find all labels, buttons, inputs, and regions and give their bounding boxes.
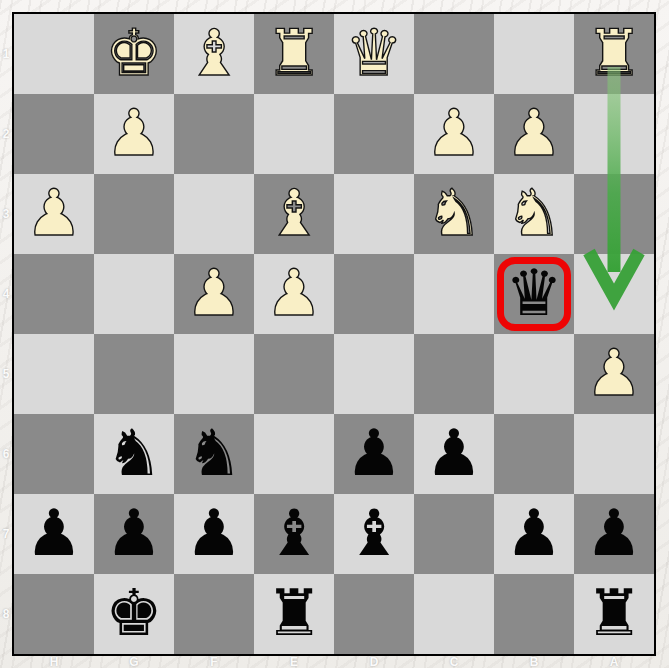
square-c6[interactable]: ♟ xyxy=(414,414,494,494)
square-g8[interactable]: ♚ xyxy=(94,574,174,654)
square-c3[interactable]: ♞ xyxy=(414,174,494,254)
square-h5[interactable] xyxy=(14,334,94,414)
square-f2[interactable] xyxy=(174,94,254,174)
square-a3[interactable] xyxy=(574,174,654,254)
square-c2[interactable]: ♟ xyxy=(414,94,494,174)
white-knight[interactable]: ♞ xyxy=(414,174,494,254)
black-pawn[interactable]: ♟ xyxy=(334,414,414,494)
square-e3[interactable]: ♝ xyxy=(254,174,334,254)
square-g4[interactable] xyxy=(94,254,174,334)
square-d1[interactable]: ♛ xyxy=(334,14,414,94)
black-bishop[interactable]: ♝ xyxy=(254,494,334,574)
square-g1[interactable]: ♚ xyxy=(94,14,174,94)
rank-label-3: 3 xyxy=(0,174,12,254)
square-f1[interactable]: ♝ xyxy=(174,14,254,94)
black-pawn[interactable]: ♟ xyxy=(574,494,654,574)
black-pawn[interactable]: ♟ xyxy=(174,494,254,574)
white-bishop[interactable]: ♝ xyxy=(174,14,254,94)
file-label-g: G xyxy=(94,656,174,668)
rank-label-5: 5 xyxy=(0,334,12,414)
white-pawn[interactable]: ♟ xyxy=(14,174,94,254)
square-a2[interactable] xyxy=(574,94,654,174)
square-b6[interactable] xyxy=(494,414,574,494)
square-h3[interactable]: ♟ xyxy=(14,174,94,254)
square-b5[interactable] xyxy=(494,334,574,414)
square-g5[interactable] xyxy=(94,334,174,414)
square-e5[interactable] xyxy=(254,334,334,414)
white-rook[interactable]: ♜ xyxy=(574,14,654,94)
square-e1[interactable]: ♜ xyxy=(254,14,334,94)
square-c5[interactable] xyxy=(414,334,494,414)
black-bishop[interactable]: ♝ xyxy=(334,494,414,574)
square-h2[interactable] xyxy=(14,94,94,174)
square-h6[interactable] xyxy=(14,414,94,494)
white-bishop[interactable]: ♝ xyxy=(254,174,334,254)
square-e7[interactable]: ♝ xyxy=(254,494,334,574)
square-e6[interactable] xyxy=(254,414,334,494)
square-h4[interactable] xyxy=(14,254,94,334)
square-d6[interactable]: ♟ xyxy=(334,414,414,494)
square-b7[interactable]: ♟ xyxy=(494,494,574,574)
square-e8[interactable]: ♜ xyxy=(254,574,334,654)
square-b4[interactable]: ♛ xyxy=(494,254,574,334)
white-pawn[interactable]: ♟ xyxy=(94,94,174,174)
white-pawn[interactable]: ♟ xyxy=(574,334,654,414)
square-h8[interactable] xyxy=(14,574,94,654)
square-f5[interactable] xyxy=(174,334,254,414)
file-label-c: C xyxy=(414,656,494,668)
white-pawn[interactable]: ♟ xyxy=(494,94,574,174)
square-e2[interactable] xyxy=(254,94,334,174)
square-a6[interactable] xyxy=(574,414,654,494)
rank-label-1: 1 xyxy=(0,14,12,94)
rank-label-2: 2 xyxy=(0,94,12,174)
square-b3[interactable]: ♞ xyxy=(494,174,574,254)
square-d4[interactable] xyxy=(334,254,414,334)
rank-label-6: 6 xyxy=(0,414,12,494)
square-d7[interactable]: ♝ xyxy=(334,494,414,574)
file-label-f: F xyxy=(174,656,254,668)
file-label-d: D xyxy=(334,656,414,668)
square-c8[interactable] xyxy=(414,574,494,654)
square-d8[interactable] xyxy=(334,574,414,654)
square-g3[interactable] xyxy=(94,174,174,254)
white-knight[interactable]: ♞ xyxy=(494,174,574,254)
square-a1[interactable]: ♜ xyxy=(574,14,654,94)
square-a4[interactable] xyxy=(574,254,654,334)
square-a7[interactable]: ♟ xyxy=(574,494,654,574)
rank-label-4: 4 xyxy=(0,254,12,334)
square-b2[interactable]: ♟ xyxy=(494,94,574,174)
rank-label-7: 7 xyxy=(0,494,12,574)
square-f4[interactable]: ♟ xyxy=(174,254,254,334)
page-background: ♚♝♜♛♜♟♟♟♟♝♞♞♟♟♛♟♞♞♟♟♟♟♟♝♝♟♟♚♜♜ 12345678 … xyxy=(0,0,669,668)
black-queen[interactable]: ♛ xyxy=(494,254,574,334)
file-label-b: B xyxy=(494,656,574,668)
chess-board: ♚♝♜♛♜♟♟♟♟♝♞♞♟♟♛♟♞♞♟♟♟♟♟♝♝♟♟♚♜♜ xyxy=(12,12,656,656)
black-pawn[interactable]: ♟ xyxy=(94,494,174,574)
file-label-a: A xyxy=(574,656,654,668)
black-pawn[interactable]: ♟ xyxy=(14,494,94,574)
square-g7[interactable]: ♟ xyxy=(94,494,174,574)
square-d3[interactable] xyxy=(334,174,414,254)
black-king[interactable]: ♚ xyxy=(94,574,174,654)
square-g6[interactable]: ♞ xyxy=(94,414,174,494)
black-knight[interactable]: ♞ xyxy=(94,414,174,494)
white-pawn[interactable]: ♟ xyxy=(174,254,254,334)
white-queen[interactable]: ♛ xyxy=(334,14,414,94)
square-h1[interactable] xyxy=(14,14,94,94)
black-rook[interactable]: ♜ xyxy=(574,574,654,654)
black-pawn[interactable]: ♟ xyxy=(494,494,574,574)
file-label-e: E xyxy=(254,656,334,668)
square-h7[interactable]: ♟ xyxy=(14,494,94,574)
square-c4[interactable] xyxy=(414,254,494,334)
square-c7[interactable] xyxy=(414,494,494,574)
white-rook[interactable]: ♜ xyxy=(254,14,334,94)
square-d2[interactable] xyxy=(334,94,414,174)
white-pawn[interactable]: ♟ xyxy=(414,94,494,174)
white-pawn[interactable]: ♟ xyxy=(254,254,334,334)
rank-label-8: 8 xyxy=(0,574,12,654)
square-c1[interactable] xyxy=(414,14,494,94)
square-g2[interactable]: ♟ xyxy=(94,94,174,174)
square-d5[interactable] xyxy=(334,334,414,414)
square-a5[interactable]: ♟ xyxy=(574,334,654,414)
square-f8[interactable] xyxy=(174,574,254,654)
square-b1[interactable] xyxy=(494,14,574,94)
file-label-h: H xyxy=(14,656,94,668)
black-rook[interactable]: ♜ xyxy=(254,574,334,654)
square-f6[interactable]: ♞ xyxy=(174,414,254,494)
square-e4[interactable]: ♟ xyxy=(254,254,334,334)
square-f7[interactable]: ♟ xyxy=(174,494,254,574)
black-pawn[interactable]: ♟ xyxy=(414,414,494,494)
black-knight[interactable]: ♞ xyxy=(174,414,254,494)
square-f3[interactable] xyxy=(174,174,254,254)
square-a8[interactable]: ♜ xyxy=(574,574,654,654)
square-b8[interactable] xyxy=(494,574,574,654)
white-king[interactable]: ♚ xyxy=(94,14,174,94)
